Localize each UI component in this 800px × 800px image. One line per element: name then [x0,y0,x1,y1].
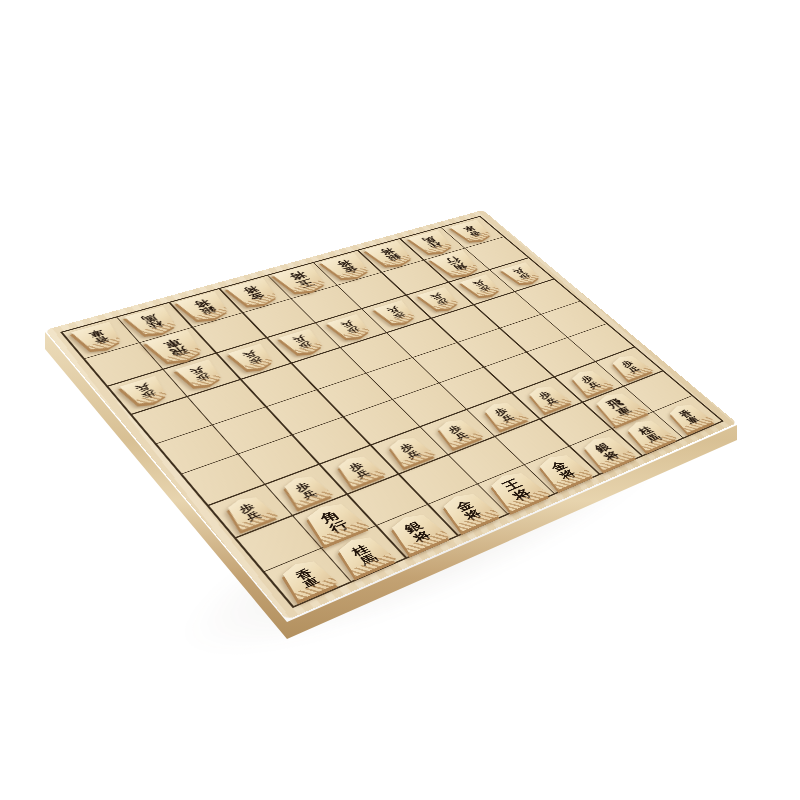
piece-3g-pawn[interactable]: 歩兵 [523,383,572,413]
piece-5a-king[interactable]: 玉将 [272,264,332,296]
piece-kanji-label: 金将 [225,278,283,309]
piece-7a-silver[interactable]: 銀将 [175,291,235,324]
piece-kanji-label: 金将 [320,253,375,282]
piece-face: 金将 [225,278,283,309]
piece-face: 銀将 [364,241,418,269]
piece-6c-pawn[interactable]: 歩兵 [278,328,328,357]
piece-9g-pawn[interactable]: 歩兵 [221,493,279,531]
piece-1a-lance[interactable]: 香車 [449,219,496,243]
piece-face: 金将 [320,253,375,282]
piece-kanji-label: 香車 [449,219,496,243]
piece-kanji-label: 歩兵 [459,274,504,299]
piece-1c-pawn[interactable]: 歩兵 [500,262,544,286]
piece-face: 玉将 [272,264,332,296]
piece-5g-pawn[interactable]: 歩兵 [432,416,484,448]
piece-1g-pawn[interactable]: 歩兵 [607,352,654,380]
piece-4a-gold[interactable]: 金将 [320,253,375,282]
piece-7i-silver[interactable]: 銀将 [384,509,451,554]
piece-kanji-label: 歩兵 [500,262,544,286]
piece-7c-pawn[interactable]: 歩兵 [227,343,278,373]
piece-9i-lance[interactable]: 香車 [275,556,339,601]
piece-1i-lance[interactable]: 香車 [663,401,715,433]
piece-3i-silver[interactable]: 銀将 [577,432,637,470]
piece-4g-pawn[interactable]: 歩兵 [479,399,529,430]
piece-7g-pawn[interactable]: 歩兵 [332,452,386,487]
piece-face: 歩兵 [174,359,227,390]
piece-face: 歩兵 [326,314,375,342]
piece-kanji-label: 歩兵 [326,314,375,342]
piece-4i-gold[interactable]: 金将 [532,450,594,490]
piece-4c-pawn[interactable]: 歩兵 [373,300,421,327]
piece-kanji-label: 歩兵 [278,328,328,357]
piece-kanji-label: 銀将 [364,241,418,269]
piece-2c-pawn[interactable]: 歩兵 [459,274,504,299]
piece-face: 歩兵 [278,328,328,357]
piece-3a-silver[interactable]: 銀将 [364,241,418,269]
piece-9a-lance[interactable]: 香車 [71,322,128,354]
piece-5i-king[interactable]: 王将 [483,468,550,512]
piece-face: 歩兵 [459,274,504,299]
piece-6i-gold[interactable]: 金将 [436,489,501,532]
piece-kanji-label: 歩兵 [174,359,227,390]
piece-kanji-label: 歩兵 [417,287,463,313]
piece-5c-pawn[interactable]: 歩兵 [326,314,375,342]
piece-kanji-label: 歩兵 [227,343,278,373]
product-photo-stage: 香車桂馬銀将金将玉将金将銀将桂馬香車飛車角行歩兵歩兵歩兵歩兵歩兵歩兵歩兵歩兵歩兵… [0,0,800,800]
piece-6a-gold[interactable]: 金将 [225,278,283,309]
piece-face: 歩兵 [373,300,421,327]
piece-face: 歩兵 [417,287,463,313]
piece-face: 香車 [449,219,496,243]
piece-2g-pawn[interactable]: 歩兵 [566,367,614,396]
piece-6g-pawn[interactable]: 歩兵 [383,434,436,468]
piece-face: 歩兵 [500,262,544,286]
piece-8c-pawn[interactable]: 歩兵 [174,359,227,390]
piece-9c-pawn[interactable]: 歩兵 [119,376,173,408]
piece-kanji-label: 玉将 [272,264,332,296]
piece-8g-pawn[interactable]: 歩兵 [278,472,334,508]
piece-kanji-label: 歩兵 [373,300,421,327]
piece-face: 歩兵 [227,343,278,373]
piece-3c-pawn[interactable]: 歩兵 [417,287,463,313]
